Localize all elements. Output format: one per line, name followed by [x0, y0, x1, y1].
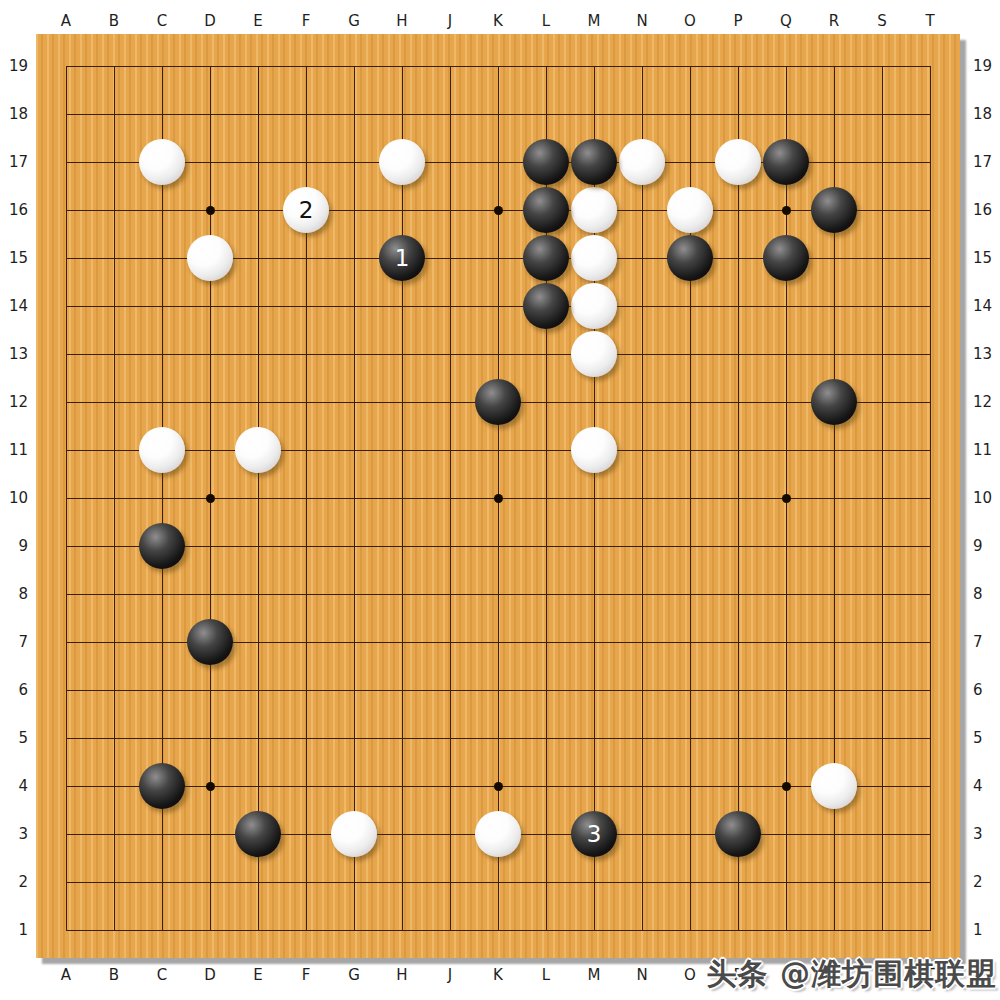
coord-label-top-D: D [198, 12, 222, 30]
move-number-label: 3 [587, 823, 602, 846]
grid-line-horizontal [66, 738, 931, 739]
coord-label-right-7: 7 [970, 633, 1000, 651]
white-stone-M14 [571, 283, 617, 329]
white-stone-M15 [571, 235, 617, 281]
black-stone-L14 [523, 283, 569, 329]
coord-label-left-15: 15 [0, 249, 31, 267]
star-point-Q4 [782, 782, 791, 791]
coord-label-right-14: 14 [970, 297, 1000, 315]
coord-label-top-J: J [438, 12, 462, 30]
coord-label-right-15: 15 [970, 249, 1000, 267]
coord-label-top-B: B [102, 12, 126, 30]
coord-label-right-4: 4 [970, 777, 1000, 795]
coord-label-right-17: 17 [970, 153, 1000, 171]
coord-label-right-10: 10 [970, 489, 1000, 507]
coord-label-left-13: 13 [0, 345, 31, 363]
coord-label-bottom-G: G [342, 966, 366, 984]
star-point-K10 [494, 494, 503, 503]
coord-label-top-S: S [870, 12, 894, 30]
white-stone-F16: 2 [283, 187, 329, 233]
white-stone-C17 [139, 139, 185, 185]
star-point-D10 [206, 494, 215, 503]
coord-label-bottom-H: H [390, 966, 414, 984]
coord-label-right-19: 19 [970, 57, 1000, 75]
coord-label-top-G: G [342, 12, 366, 30]
black-stone-L17 [523, 139, 569, 185]
coord-label-top-E: E [246, 12, 270, 30]
black-stone-K12 [475, 379, 521, 425]
grid-line-vertical [930, 66, 931, 931]
white-stone-G3 [331, 811, 377, 857]
white-stone-C11 [139, 427, 185, 473]
coord-label-bottom-A: A [54, 966, 78, 984]
coord-label-bottom-L: L [534, 966, 558, 984]
black-stone-D7 [187, 619, 233, 665]
coord-label-top-T: T [918, 12, 942, 30]
star-point-K4 [494, 782, 503, 791]
grid-line-vertical [738, 66, 739, 931]
coord-label-left-7: 7 [0, 633, 31, 651]
coord-label-right-6: 6 [970, 681, 1000, 699]
coord-label-bottom-J: J [438, 966, 462, 984]
coord-label-top-H: H [390, 12, 414, 30]
coord-label-right-3: 3 [970, 825, 1000, 843]
grid-line-horizontal [66, 882, 931, 883]
move-number-label: 1 [395, 247, 410, 270]
star-point-D4 [206, 782, 215, 791]
grid-line-horizontal [66, 546, 931, 547]
coord-label-top-M: M [582, 12, 606, 30]
coord-label-left-5: 5 [0, 729, 31, 747]
black-stone-R16 [811, 187, 857, 233]
grid-line-horizontal [66, 930, 931, 931]
coord-label-left-19: 19 [0, 57, 31, 75]
coord-label-right-5: 5 [970, 729, 1000, 747]
star-point-Q10 [782, 494, 791, 503]
coord-label-top-N: N [630, 12, 654, 30]
coord-label-top-R: R [822, 12, 846, 30]
coord-label-left-4: 4 [0, 777, 31, 795]
coord-label-top-Q: Q [774, 12, 798, 30]
white-stone-O16 [667, 187, 713, 233]
star-point-K16 [494, 206, 503, 215]
coord-label-top-F: F [294, 12, 318, 30]
coord-label-left-17: 17 [0, 153, 31, 171]
coord-label-right-1: 1 [970, 921, 1000, 939]
white-stone-H17 [379, 139, 425, 185]
white-stone-N17 [619, 139, 665, 185]
white-stone-E11 [235, 427, 281, 473]
coord-label-bottom-M: M [582, 966, 606, 984]
watermark: 头条 @潍坊围棋联盟 [707, 954, 997, 995]
coord-label-bottom-K: K [486, 966, 510, 984]
page: 213 头条 @潍坊围棋联盟 AABBCCDDEEFFGGHHJJKKLLMMN… [0, 0, 1000, 1000]
coord-label-left-3: 3 [0, 825, 31, 843]
grid-line-horizontal [66, 594, 931, 595]
coord-label-bottom-O: O [678, 966, 702, 984]
coord-label-right-16: 16 [970, 201, 1000, 219]
white-stone-R4 [811, 763, 857, 809]
coord-label-left-10: 10 [0, 489, 31, 507]
coord-label-bottom-B: B [102, 966, 126, 984]
black-stone-Q17 [763, 139, 809, 185]
coord-label-bottom-N: N [630, 966, 654, 984]
coord-label-left-11: 11 [0, 441, 31, 459]
coord-label-top-A: A [54, 12, 78, 30]
white-stone-P17 [715, 139, 761, 185]
coord-label-left-1: 1 [0, 921, 31, 939]
white-stone-M16 [571, 187, 617, 233]
coord-label-top-K: K [486, 12, 510, 30]
white-stone-M11 [571, 427, 617, 473]
coord-label-left-12: 12 [0, 393, 31, 411]
coord-label-right-12: 12 [970, 393, 1000, 411]
black-stone-C4 [139, 763, 185, 809]
black-stone-H15: 1 [379, 235, 425, 281]
black-stone-L16 [523, 187, 569, 233]
coord-label-top-L: L [534, 12, 558, 30]
coord-label-left-18: 18 [0, 105, 31, 123]
grid-line-vertical [882, 66, 883, 931]
coord-label-right-11: 11 [970, 441, 1000, 459]
coord-label-right-9: 9 [970, 537, 1000, 555]
coord-label-right-18: 18 [970, 105, 1000, 123]
grid-line-vertical [642, 66, 643, 931]
coord-label-bottom-D: D [198, 966, 222, 984]
white-stone-M13 [571, 331, 617, 377]
coord-label-top-P: P [726, 12, 750, 30]
go-board[interactable]: 213 [36, 34, 960, 958]
coord-label-bottom-C: C [150, 966, 174, 984]
black-stone-E3 [235, 811, 281, 857]
white-stone-K3 [475, 811, 521, 857]
move-number-label: 2 [299, 199, 314, 222]
coord-label-left-2: 2 [0, 873, 31, 891]
black-stone-P3 [715, 811, 761, 857]
black-stone-M3: 3 [571, 811, 617, 857]
black-stone-M17 [571, 139, 617, 185]
star-point-Q16 [782, 206, 791, 215]
coord-label-left-16: 16 [0, 201, 31, 219]
coord-label-right-13: 13 [970, 345, 1000, 363]
black-stone-Q15 [763, 235, 809, 281]
coord-label-right-8: 8 [970, 585, 1000, 603]
coord-label-bottom-E: E [246, 966, 270, 984]
white-stone-D15 [187, 235, 233, 281]
black-stone-C9 [139, 523, 185, 569]
coord-label-left-9: 9 [0, 537, 31, 555]
coord-label-right-2: 2 [970, 873, 1000, 891]
black-stone-L15 [523, 235, 569, 281]
coord-label-left-14: 14 [0, 297, 31, 315]
star-point-D16 [206, 206, 215, 215]
coord-label-left-8: 8 [0, 585, 31, 603]
coord-label-bottom-F: F [294, 966, 318, 984]
coord-label-left-6: 6 [0, 681, 31, 699]
coord-label-top-C: C [150, 12, 174, 30]
black-stone-O15 [667, 235, 713, 281]
coord-label-top-O: O [678, 12, 702, 30]
grid-line-horizontal [66, 690, 931, 691]
black-stone-R12 [811, 379, 857, 425]
